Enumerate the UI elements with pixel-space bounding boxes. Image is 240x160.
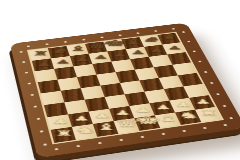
inlay-dot: [171, 28, 174, 30]
inlay-dot: [24, 71, 27, 73]
inlay-dot: [209, 82, 213, 84]
inlay-dot: [140, 135, 144, 137]
pieces-layer: ♜♞♝♛♚♝♞♜♟♟♟♟♟♟♟♟♟♟♟♟♟♟♟♟♜♞♝♛♚♝♞♜: [10, 23, 186, 44]
inlay-dot: [22, 61, 25, 63]
inlay-dot: [39, 130, 43, 132]
inlay-dot: [222, 105, 226, 107]
inlay-dot: [97, 142, 101, 144]
inlay-dot: [202, 127, 206, 129]
inlay-dot: [119, 138, 123, 140]
inlay-dot: [223, 124, 227, 126]
inlay-dot: [161, 132, 165, 134]
inlay-dot: [203, 71, 207, 73]
inlay-dot: [54, 148, 58, 151]
inlay-dot: [182, 129, 186, 131]
inlay-dot: [198, 60, 202, 62]
inlay-dot: [215, 93, 219, 95]
inlay-dot: [36, 117, 40, 119]
inlay-dot: [33, 105, 37, 107]
inlay-dot: [181, 31, 184, 33]
inlay-dot: [19, 51, 22, 53]
chess-board: ♜♞♝♛♚♝♞♜♟♟♟♟♟♟♟♟♟♟♟♟♟♟♟♟♜♞♝♛♚♝♞♜: [10, 23, 240, 158]
chessboard-photo-scene: ♜♞♝♛♚♝♞♜♟♟♟♟♟♟♟♟♟♟♟♟♟♟♟♟♜♞♝♛♚♝♞♜: [0, 0, 240, 160]
inlay-dot: [229, 117, 233, 119]
inlay-dot: [76, 145, 80, 147]
inlay-dot: [43, 143, 47, 145]
inlay-dot: [27, 82, 30, 84]
inlay-dot: [192, 50, 196, 52]
inlay-dot: [30, 94, 33, 96]
piece-black-pawn[interactable]: ♟: [31, 57, 57, 67]
inlay-dot: [187, 40, 190, 42]
